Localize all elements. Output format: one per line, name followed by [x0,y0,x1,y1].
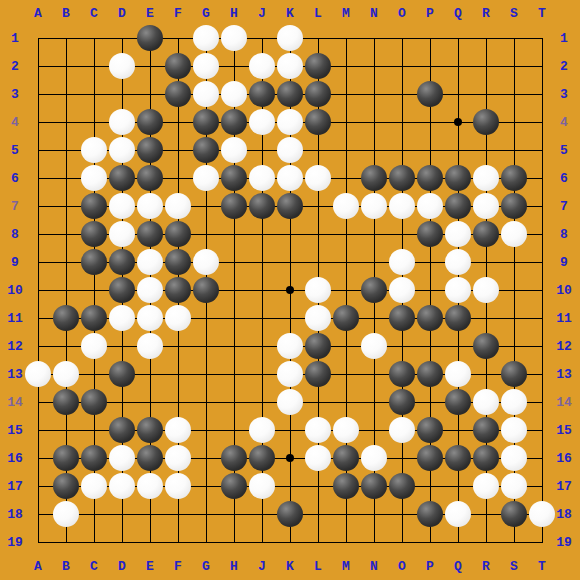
stone-black-H7[interactable] [221,193,247,219]
stone-black-P6[interactable] [417,165,443,191]
stone-white-L15[interactable] [305,417,331,443]
stone-black-C8[interactable] [81,221,107,247]
col-label-bottom-E: E [146,560,154,573]
stone-white-Q9[interactable] [445,249,471,275]
stone-white-K5[interactable] [277,137,303,163]
stone-white-P7[interactable] [417,193,443,219]
stone-black-R16[interactable] [473,445,499,471]
stone-white-G6[interactable] [193,165,219,191]
col-label-bottom-R: R [482,560,490,573]
row-label-right-18: 18 [556,508,572,521]
stone-black-D6[interactable] [109,165,135,191]
col-label-top-S: S [510,7,518,20]
stone-white-H5[interactable] [221,137,247,163]
row-label-left-1: 1 [11,32,19,45]
stone-black-C11[interactable] [81,305,107,331]
stone-white-N16[interactable] [361,445,387,471]
stone-white-J17[interactable] [249,473,275,499]
stone-black-E15[interactable] [137,417,163,443]
stone-black-F9[interactable] [165,249,191,275]
stone-white-N7[interactable] [361,193,387,219]
stone-black-M17[interactable] [333,473,359,499]
stone-white-L10[interactable] [305,277,331,303]
row-label-right-15: 15 [556,424,572,437]
row-label-left-16: 16 [7,452,23,465]
col-label-bottom-L: L [314,560,322,573]
stone-white-C6[interactable] [81,165,107,191]
row-label-right-6: 6 [560,172,568,185]
stone-black-N10[interactable] [361,277,387,303]
stone-white-T18[interactable] [529,501,555,527]
stone-black-B17[interactable] [53,473,79,499]
stone-white-R7[interactable] [473,193,499,219]
stone-black-S18[interactable] [501,501,527,527]
stone-white-B13[interactable] [53,361,79,387]
stone-white-G9[interactable] [193,249,219,275]
stone-white-F11[interactable] [165,305,191,331]
stone-black-B14[interactable] [53,389,79,415]
stone-white-G3[interactable] [193,81,219,107]
stone-white-K6[interactable] [277,165,303,191]
stone-white-Q10[interactable] [445,277,471,303]
stone-black-P15[interactable] [417,417,443,443]
stone-black-P16[interactable] [417,445,443,471]
col-label-bottom-B: B [62,560,70,573]
row-label-right-8: 8 [560,228,568,241]
col-label-bottom-A: A [34,560,42,573]
stone-white-C17[interactable] [81,473,107,499]
stone-black-R8[interactable] [473,221,499,247]
row-label-left-4: 4 [11,116,19,129]
stone-black-K3[interactable] [277,81,303,107]
stone-white-O9[interactable] [389,249,415,275]
stone-white-J6[interactable] [249,165,275,191]
stone-white-H3[interactable] [221,81,247,107]
row-label-left-6: 6 [11,172,19,185]
col-label-top-O: O [398,7,406,20]
col-label-top-Q: Q [454,7,462,20]
stone-white-L11[interactable] [305,305,331,331]
stone-white-S15[interactable] [501,417,527,443]
stone-white-C12[interactable] [81,333,107,359]
row-label-right-12: 12 [556,340,572,353]
stone-black-O11[interactable] [389,305,415,331]
stone-black-F3[interactable] [165,81,191,107]
stone-white-S17[interactable] [501,473,527,499]
col-label-bottom-Q: Q [454,560,462,573]
stone-white-M7[interactable] [333,193,359,219]
row-label-right-1: 1 [560,32,568,45]
stone-black-R15[interactable] [473,417,499,443]
row-label-right-19: 19 [556,536,572,549]
stone-black-L4[interactable] [305,109,331,135]
stone-black-J7[interactable] [249,193,275,219]
row-label-left-13: 13 [7,368,23,381]
stone-black-P11[interactable] [417,305,443,331]
stone-white-F17[interactable] [165,473,191,499]
stone-black-J3[interactable] [249,81,275,107]
stone-white-J4[interactable] [249,109,275,135]
stone-black-B16[interactable] [53,445,79,471]
stone-black-Q14[interactable] [445,389,471,415]
row-label-left-15: 15 [7,424,23,437]
stone-black-L2[interactable] [305,53,331,79]
col-label-top-D: D [118,7,126,20]
row-label-left-17: 17 [7,480,23,493]
stone-white-E17[interactable] [137,473,163,499]
col-label-bottom-K: K [286,560,294,573]
row-label-right-17: 17 [556,480,572,493]
stone-black-D10[interactable] [109,277,135,303]
col-label-top-T: T [538,7,546,20]
stone-white-D16[interactable] [109,445,135,471]
stone-white-K1[interactable] [277,25,303,51]
stone-white-O10[interactable] [389,277,415,303]
stone-black-H17[interactable] [221,473,247,499]
star-point-K16 [286,454,294,462]
stone-white-E10[interactable] [137,277,163,303]
stone-black-S7[interactable] [501,193,527,219]
stone-black-F2[interactable] [165,53,191,79]
stone-black-E4[interactable] [137,109,163,135]
stone-black-F10[interactable] [165,277,191,303]
stone-white-F16[interactable] [165,445,191,471]
col-label-bottom-F: F [174,560,182,573]
col-label-top-A: A [34,7,42,20]
stone-black-O17[interactable] [389,473,415,499]
stone-black-L13[interactable] [305,361,331,387]
stone-white-J2[interactable] [249,53,275,79]
col-label-bottom-P: P [426,560,434,573]
stone-black-P13[interactable] [417,361,443,387]
stone-black-O13[interactable] [389,361,415,387]
stone-black-P18[interactable] [417,501,443,527]
col-label-top-E: E [146,7,154,20]
row-label-right-3: 3 [560,88,568,101]
row-label-left-7: 7 [11,200,19,213]
stone-white-S16[interactable] [501,445,527,471]
stone-black-S6[interactable] [501,165,527,191]
stone-white-R17[interactable] [473,473,499,499]
col-label-top-H: H [230,7,238,20]
stone-black-E1[interactable] [137,25,163,51]
stone-black-K18[interactable] [277,501,303,527]
grid-line-h [38,542,543,543]
row-label-left-3: 3 [11,88,19,101]
stone-black-L3[interactable] [305,81,331,107]
stone-black-D9[interactable] [109,249,135,275]
stone-black-P8[interactable] [417,221,443,247]
stone-white-J15[interactable] [249,417,275,443]
stone-white-Q8[interactable] [445,221,471,247]
stone-white-D17[interactable] [109,473,135,499]
stone-white-H1[interactable] [221,25,247,51]
col-label-top-R: R [482,7,490,20]
stone-white-K4[interactable] [277,109,303,135]
stone-white-D7[interactable] [109,193,135,219]
stone-white-E9[interactable] [137,249,163,275]
stone-black-Q11[interactable] [445,305,471,331]
stone-white-D2[interactable] [109,53,135,79]
stone-black-H4[interactable] [221,109,247,135]
stone-black-G10[interactable] [193,277,219,303]
stone-black-H6[interactable] [221,165,247,191]
col-label-top-B: B [62,7,70,20]
stone-black-S13[interactable] [501,361,527,387]
row-label-right-9: 9 [560,256,568,269]
col-label-bottom-S: S [510,560,518,573]
stone-black-N17[interactable] [361,473,387,499]
stone-white-B18[interactable] [53,501,79,527]
stone-white-R14[interactable] [473,389,499,415]
col-label-bottom-G: G [202,560,210,573]
col-label-top-F: F [174,7,182,20]
row-label-right-4: 4 [560,116,568,129]
stone-white-S14[interactable] [501,389,527,415]
col-label-top-P: P [426,7,434,20]
row-label-left-5: 5 [11,144,19,157]
stone-black-E16[interactable] [137,445,163,471]
stone-black-P3[interactable] [417,81,443,107]
col-label-bottom-H: H [230,560,238,573]
stone-white-N12[interactable] [361,333,387,359]
stone-white-K2[interactable] [277,53,303,79]
col-label-bottom-C: C [90,560,98,573]
stone-white-D11[interactable] [109,305,135,331]
stone-black-C7[interactable] [81,193,107,219]
col-label-top-L: L [314,7,322,20]
stone-white-G1[interactable] [193,25,219,51]
stone-white-O15[interactable] [389,417,415,443]
stone-black-M16[interactable] [333,445,359,471]
go-board[interactable]: AABBCCDDEEFFGGHHJJKKLLMMNNOOPPQQRRSSTT11… [0,0,580,580]
row-label-left-2: 2 [11,60,19,73]
col-label-bottom-J: J [258,560,266,573]
stone-black-G4[interactable] [193,109,219,135]
stone-white-F7[interactable] [165,193,191,219]
row-label-right-7: 7 [560,200,568,213]
stone-white-D4[interactable] [109,109,135,135]
stone-black-J16[interactable] [249,445,275,471]
stone-white-Q18[interactable] [445,501,471,527]
col-label-top-C: C [90,7,98,20]
row-label-right-11: 11 [556,312,572,325]
stone-black-C9[interactable] [81,249,107,275]
stone-black-C14[interactable] [81,389,107,415]
star-point-K10 [286,286,294,294]
col-label-bottom-T: T [538,560,546,573]
col-label-bottom-O: O [398,560,406,573]
row-label-left-11: 11 [7,312,23,325]
row-label-right-5: 5 [560,144,568,157]
col-label-top-K: K [286,7,294,20]
stone-black-M11[interactable] [333,305,359,331]
stone-black-D13[interactable] [109,361,135,387]
row-label-left-12: 12 [7,340,23,353]
row-label-right-10: 10 [556,284,572,297]
stone-black-Q6[interactable] [445,165,471,191]
stone-black-F8[interactable] [165,221,191,247]
col-label-top-N: N [370,7,378,20]
row-label-left-8: 8 [11,228,19,241]
col-label-bottom-N: N [370,560,378,573]
stone-white-Q13[interactable] [445,361,471,387]
stone-white-R10[interactable] [473,277,499,303]
stone-black-C16[interactable] [81,445,107,471]
stone-white-K14[interactable] [277,389,303,415]
stone-white-R6[interactable] [473,165,499,191]
grid-line-v [542,38,543,543]
row-label-left-9: 9 [11,256,19,269]
stone-white-L16[interactable] [305,445,331,471]
row-label-right-14: 14 [556,396,572,409]
col-label-top-M: M [342,7,350,20]
stone-black-B11[interactable] [53,305,79,331]
stone-black-E8[interactable] [137,221,163,247]
row-label-right-2: 2 [560,60,568,73]
stone-black-H16[interactable] [221,445,247,471]
stone-white-S8[interactable] [501,221,527,247]
stone-black-N6[interactable] [361,165,387,191]
stone-white-O7[interactable] [389,193,415,219]
row-label-left-19: 19 [7,536,23,549]
stone-black-Q7[interactable] [445,193,471,219]
stone-white-G2[interactable] [193,53,219,79]
stone-white-K13[interactable] [277,361,303,387]
stone-white-A13[interactable] [25,361,51,387]
col-label-top-G: G [202,7,210,20]
stone-white-E12[interactable] [137,333,163,359]
row-label-left-14: 14 [7,396,23,409]
stone-white-E7[interactable] [137,193,163,219]
row-label-left-10: 10 [7,284,23,297]
stone-white-M15[interactable] [333,417,359,443]
stone-black-G5[interactable] [193,137,219,163]
col-label-top-J: J [258,7,266,20]
row-label-left-18: 18 [7,508,23,521]
row-label-right-16: 16 [556,452,572,465]
stone-white-D5[interactable] [109,137,135,163]
stone-white-C5[interactable] [81,137,107,163]
stone-black-E5[interactable] [137,137,163,163]
stone-black-O6[interactable] [389,165,415,191]
col-label-bottom-D: D [118,560,126,573]
stone-black-E6[interactable] [137,165,163,191]
stone-white-E11[interactable] [137,305,163,331]
stone-black-K7[interactable] [277,193,303,219]
stone-white-K12[interactable] [277,333,303,359]
row-label-right-13: 13 [556,368,572,381]
col-label-bottom-M: M [342,560,350,573]
stone-black-D15[interactable] [109,417,135,443]
stone-black-O14[interactable] [389,389,415,415]
stone-black-R12[interactable] [473,333,499,359]
stone-black-Q16[interactable] [445,445,471,471]
stone-black-L12[interactable] [305,333,331,359]
stone-white-F15[interactable] [165,417,191,443]
stone-white-L6[interactable] [305,165,331,191]
stone-black-R4[interactable] [473,109,499,135]
stone-white-D8[interactable] [109,221,135,247]
star-point-Q4 [454,118,462,126]
